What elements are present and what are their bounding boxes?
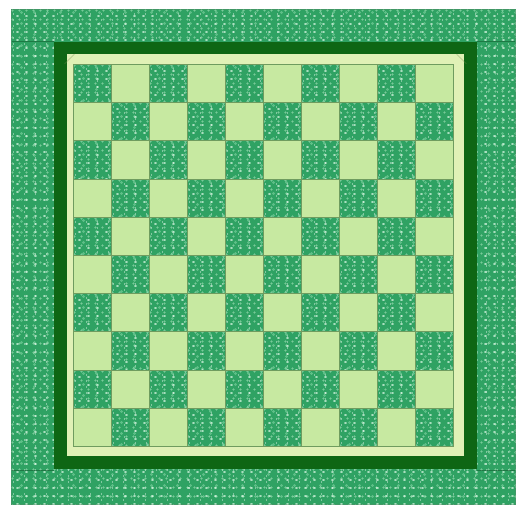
square-r2c10-dark (416, 103, 453, 140)
square-r4c2-dark (112, 180, 149, 217)
border-seam-top-left (12, 41, 54, 42)
square-r6c10-dark (416, 256, 453, 293)
square-r9c9-dark (378, 371, 415, 408)
square-r8c3-light (150, 332, 187, 369)
square-r9c2-light (112, 371, 149, 408)
square-r10c4-dark (188, 409, 225, 446)
quilt-outer-border (11, 9, 516, 505)
square-r8c6-dark (264, 332, 301, 369)
square-r2c5-light (226, 103, 263, 140)
square-r5c3-dark (150, 218, 187, 255)
square-r10c5-light (226, 409, 263, 446)
square-r6c3-light (150, 256, 187, 293)
square-r3c3-dark (150, 141, 187, 178)
square-r5c6-light (264, 218, 301, 255)
square-r9c3-dark (150, 371, 187, 408)
square-r5c7-dark (302, 218, 339, 255)
square-r5c4-light (188, 218, 225, 255)
square-r4c9-light (378, 180, 415, 217)
square-r1c7-dark (302, 65, 339, 102)
square-r7c4-light (188, 294, 225, 331)
square-r8c9-light (378, 332, 415, 369)
square-r7c10-light (416, 294, 453, 331)
square-r8c2-dark (112, 332, 149, 369)
square-r9c1-dark (74, 371, 111, 408)
square-r6c2-dark (112, 256, 149, 293)
square-r1c1-dark (74, 65, 111, 102)
square-r2c1-light (74, 103, 111, 140)
square-r6c9-light (378, 256, 415, 293)
square-r10c1-light (74, 409, 111, 446)
square-r2c4-dark (188, 103, 225, 140)
square-r5c5-dark (226, 218, 263, 255)
square-r7c6-light (264, 294, 301, 331)
light-inner-border (67, 54, 464, 456)
square-r4c1-light (74, 180, 111, 217)
square-r10c9-light (378, 409, 415, 446)
square-r8c5-light (226, 332, 263, 369)
square-r1c5-dark (226, 65, 263, 102)
square-r3c5-dark (226, 141, 263, 178)
square-r1c8-light (340, 65, 377, 102)
square-r8c4-dark (188, 332, 225, 369)
square-r8c1-light (74, 332, 111, 369)
square-r2c7-light (302, 103, 339, 140)
square-r4c3-light (150, 180, 187, 217)
square-r4c5-light (226, 180, 263, 217)
square-r1c3-dark (150, 65, 187, 102)
square-r6c8-dark (340, 256, 377, 293)
square-r6c1-light (74, 256, 111, 293)
square-r6c6-dark (264, 256, 301, 293)
square-r8c7-light (302, 332, 339, 369)
square-r5c10-light (416, 218, 453, 255)
square-r4c8-dark (340, 180, 377, 217)
border-seam-bottom-left (12, 470, 54, 471)
square-r5c1-dark (74, 218, 111, 255)
square-r2c6-dark (264, 103, 301, 140)
square-r1c6-light (264, 65, 301, 102)
square-r3c10-light (416, 141, 453, 178)
square-r9c4-light (188, 371, 225, 408)
checkerboard (73, 64, 454, 447)
square-r10c2-dark (112, 409, 149, 446)
square-r4c7-light (302, 180, 339, 217)
square-r10c10-dark (416, 409, 453, 446)
square-r1c4-light (188, 65, 225, 102)
square-r2c3-light (150, 103, 187, 140)
square-r3c1-dark (74, 141, 111, 178)
square-r10c8-dark (340, 409, 377, 446)
square-r9c10-light (416, 371, 453, 408)
square-r10c6-dark (264, 409, 301, 446)
dark-green-frame (54, 42, 477, 469)
square-r3c8-light (340, 141, 377, 178)
square-r1c2-light (112, 65, 149, 102)
square-r3c4-light (188, 141, 225, 178)
square-r2c9-light (378, 103, 415, 140)
square-r4c4-dark (188, 180, 225, 217)
square-r9c5-dark (226, 371, 263, 408)
square-r7c8-light (340, 294, 377, 331)
square-r5c2-light (112, 218, 149, 255)
square-r1c10-light (416, 65, 453, 102)
square-r7c3-dark (150, 294, 187, 331)
square-r5c8-light (340, 218, 377, 255)
border-seam-top-right (477, 41, 515, 42)
square-r9c7-dark (302, 371, 339, 408)
square-r8c8-dark (340, 332, 377, 369)
square-r8c10-dark (416, 332, 453, 369)
square-r7c2-light (112, 294, 149, 331)
square-r3c6-light (264, 141, 301, 178)
square-r3c7-dark (302, 141, 339, 178)
square-r4c6-dark (264, 180, 301, 217)
square-r10c7-light (302, 409, 339, 446)
square-r6c7-light (302, 256, 339, 293)
square-r6c5-light (226, 256, 263, 293)
square-r3c9-dark (378, 141, 415, 178)
quilt-photo (0, 0, 527, 515)
square-r6c4-dark (188, 256, 225, 293)
border-seam-bottom-right (477, 470, 515, 471)
square-r3c2-light (112, 141, 149, 178)
square-r2c8-dark (340, 103, 377, 140)
square-r7c1-dark (74, 294, 111, 331)
square-r7c5-dark (226, 294, 263, 331)
square-r4c10-dark (416, 180, 453, 217)
square-r7c7-dark (302, 294, 339, 331)
square-r7c9-dark (378, 294, 415, 331)
square-r5c9-dark (378, 218, 415, 255)
square-r9c8-light (340, 371, 377, 408)
square-r10c3-light (150, 409, 187, 446)
square-r1c9-dark (378, 65, 415, 102)
square-r9c6-light (264, 371, 301, 408)
square-r2c2-dark (112, 103, 149, 140)
